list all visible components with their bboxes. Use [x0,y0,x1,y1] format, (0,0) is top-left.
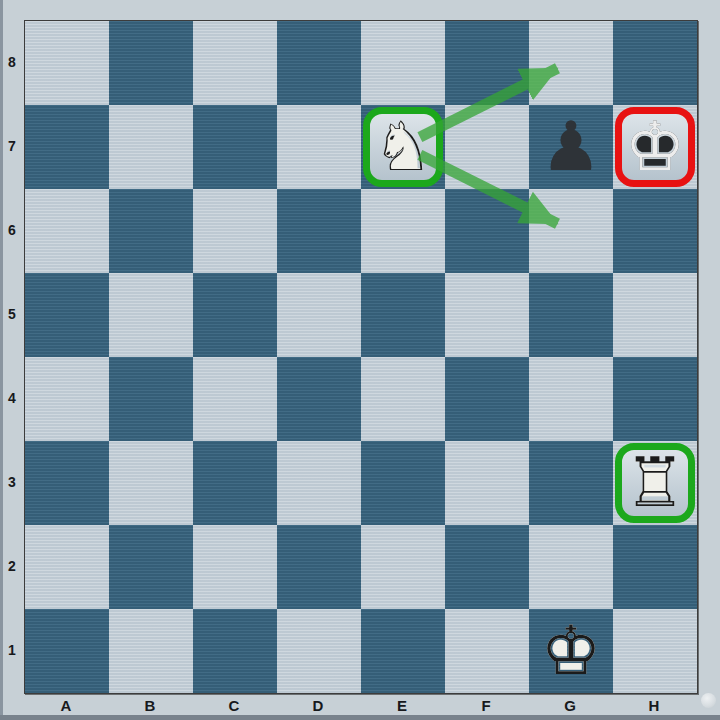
file-label-a: A [24,693,108,717]
square-e3[interactable] [361,441,445,525]
square-h1[interactable] [613,609,697,693]
square-e1[interactable] [361,609,445,693]
square-d7[interactable] [277,105,361,189]
square-d8[interactable] [277,21,361,105]
square-c2[interactable] [193,525,277,609]
square-e6[interactable] [361,189,445,273]
square-d2[interactable] [277,525,361,609]
square-e2[interactable] [361,525,445,609]
square-f5[interactable] [445,273,529,357]
resize-grip[interactable] [701,693,716,708]
square-b7[interactable] [109,105,193,189]
file-label-b: B [108,693,192,717]
square-f7[interactable] [445,105,529,189]
square-a4[interactable] [25,357,109,441]
square-a2[interactable] [25,525,109,609]
square-h6[interactable] [613,189,697,273]
square-b3[interactable] [109,441,193,525]
square-b1[interactable] [109,609,193,693]
white-knight-piece[interactable]: ♞♘ [361,105,445,189]
square-e8[interactable] [361,21,445,105]
square-g5[interactable] [529,273,613,357]
rank-label-7: 7 [2,104,22,188]
square-b5[interactable] [109,273,193,357]
square-f2[interactable] [445,525,529,609]
rank-label-5: 5 [2,272,22,356]
file-label-d: D [276,693,360,717]
square-h8[interactable] [613,21,697,105]
square-b2[interactable] [109,525,193,609]
square-d4[interactable] [277,357,361,441]
chess-app-window: 87654321 ♞♘♟♚♔♜♖♚♔ ABCDEFGH [0,0,720,720]
file-label-g: G [528,693,612,717]
square-g6[interactable] [529,189,613,273]
rank-label-2: 2 [2,524,22,608]
square-c4[interactable] [193,357,277,441]
file-label-f: F [444,693,528,717]
square-b6[interactable] [109,189,193,273]
piece-outline-layer: ♔ [541,617,602,685]
square-d6[interactable] [277,189,361,273]
square-f3[interactable] [445,441,529,525]
rank-label-8: 8 [2,20,22,104]
square-d3[interactable] [277,441,361,525]
board: ♞♘♟♚♔♜♖♚♔ [24,20,698,694]
square-h2[interactable] [613,525,697,609]
file-label-c: C [192,693,276,717]
square-g1[interactable]: ♚♔ [529,609,613,693]
window-bottom-edge [0,715,720,720]
square-a3[interactable] [25,441,109,525]
square-h7[interactable]: ♚♔ [613,105,697,189]
file-label-e: E [360,693,444,717]
piece-outline-layer: ♘ [373,113,434,181]
rank-label-4: 4 [2,356,22,440]
square-g4[interactable] [529,357,613,441]
rank-label-3: 3 [2,440,22,524]
square-g8[interactable] [529,21,613,105]
square-c7[interactable] [193,105,277,189]
square-c6[interactable] [193,189,277,273]
square-e5[interactable] [361,273,445,357]
square-a5[interactable] [25,273,109,357]
square-f1[interactable] [445,609,529,693]
square-b8[interactable] [109,21,193,105]
square-g2[interactable] [529,525,613,609]
piece-outline-layer: ♖ [625,449,686,517]
file-labels: ABCDEFGH [24,693,696,717]
square-h3[interactable]: ♜♖ [613,441,697,525]
square-c3[interactable] [193,441,277,525]
square-e7[interactable]: ♞♘ [361,105,445,189]
square-f8[interactable] [445,21,529,105]
square-a7[interactable] [25,105,109,189]
square-d5[interactable] [277,273,361,357]
square-g7[interactable]: ♟ [529,105,613,189]
black-king-piece[interactable]: ♚♔ [613,105,697,189]
white-rook-piece[interactable]: ♜♖ [613,441,697,525]
square-f4[interactable] [445,357,529,441]
piece-outline-layer: ♔ [625,113,686,181]
rank-label-1: 1 [2,608,22,692]
rank-labels: 87654321 [2,20,22,692]
square-c1[interactable] [193,609,277,693]
piece-fill-layer: ♟ [541,113,602,181]
square-e4[interactable] [361,357,445,441]
square-g3[interactable] [529,441,613,525]
file-label-h: H [612,693,696,717]
square-a1[interactable] [25,609,109,693]
square-c8[interactable] [193,21,277,105]
black-pawn-piece[interactable]: ♟ [529,105,613,189]
square-d1[interactable] [277,609,361,693]
square-b4[interactable] [109,357,193,441]
square-f6[interactable] [445,189,529,273]
rank-label-6: 6 [2,188,22,272]
square-a6[interactable] [25,189,109,273]
square-c5[interactable] [193,273,277,357]
square-h5[interactable] [613,273,697,357]
white-king-piece[interactable]: ♚♔ [529,609,613,693]
square-a8[interactable] [25,21,109,105]
square-h4[interactable] [613,357,697,441]
